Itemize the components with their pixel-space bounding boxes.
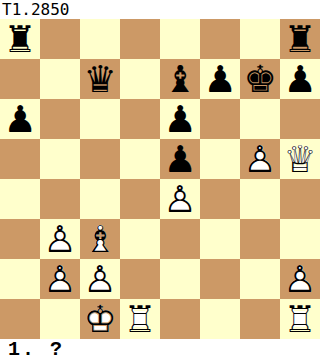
black-bishop-piece[interactable]: ♝ [163, 61, 196, 98]
square-a5[interactable] [0, 139, 40, 179]
white-pawn-outline-icon: ♙ [283, 261, 316, 298]
square-h5[interactable]: ♛♕ [280, 139, 320, 179]
square-f8[interactable] [200, 19, 240, 59]
square-h2[interactable]: ♟♙ [280, 259, 320, 299]
white-rook-piece[interactable]: ♜♖ [123, 301, 156, 338]
black-pawn-piece[interactable]: ♟ [3, 101, 36, 138]
square-g8[interactable] [240, 19, 280, 59]
square-g4[interactable] [240, 179, 280, 219]
black-pawn-piece[interactable]: ♟ [203, 61, 236, 98]
square-c8[interactable] [80, 19, 120, 59]
square-f7[interactable]: ♟ [200, 59, 240, 99]
square-d6[interactable] [120, 99, 160, 139]
square-g6[interactable] [240, 99, 280, 139]
white-rook-outline-icon: ♖ [283, 301, 316, 338]
white-queen-piece[interactable]: ♛♕ [283, 141, 316, 178]
square-b6[interactable] [40, 99, 80, 139]
square-b2[interactable]: ♟♙ [40, 259, 80, 299]
white-pawn-piece[interactable]: ♟♙ [243, 141, 276, 178]
square-e3[interactable] [160, 219, 200, 259]
white-king-piece[interactable]: ♚♔ [83, 301, 116, 338]
square-h8[interactable]: ♜ [280, 19, 320, 59]
square-b8[interactable] [40, 19, 80, 59]
white-pawn-piece[interactable]: ♟♙ [163, 181, 196, 218]
square-a2[interactable] [0, 259, 40, 299]
square-e2[interactable] [160, 259, 200, 299]
square-c4[interactable] [80, 179, 120, 219]
square-d7[interactable] [120, 59, 160, 99]
square-d1[interactable]: ♜♖ [120, 299, 160, 339]
white-pawn-piece[interactable]: ♟♙ [283, 261, 316, 298]
white-bishop-piece[interactable]: ♝♗ [83, 221, 116, 258]
square-e5[interactable]: ♟ [160, 139, 200, 179]
diagram-title: T1.2850 [0, 0, 320, 19]
black-rook-piece[interactable]: ♜ [283, 21, 316, 58]
chess-diagram: T1.2850 ♜♜♛♝♟♚♟♟♟♟♟♙♛♕♟♙♟♙♝♗♟♙♟♙♟♙♚♔♜♖♜♖… [0, 0, 320, 360]
black-pawn-piece[interactable]: ♟ [163, 141, 196, 178]
black-king-piece[interactable]: ♚ [243, 61, 276, 98]
square-c3[interactable]: ♝♗ [80, 219, 120, 259]
square-c2[interactable]: ♟♙ [80, 259, 120, 299]
white-bishop-outline-icon: ♗ [83, 221, 116, 258]
square-d3[interactable] [120, 219, 160, 259]
square-g5[interactable]: ♟♙ [240, 139, 280, 179]
white-pawn-piece[interactable]: ♟♙ [43, 221, 76, 258]
square-d5[interactable] [120, 139, 160, 179]
square-d2[interactable] [120, 259, 160, 299]
square-e8[interactable] [160, 19, 200, 59]
black-rook-piece[interactable]: ♜ [3, 21, 36, 58]
chess-board: ♜♜♛♝♟♚♟♟♟♟♟♙♛♕♟♙♟♙♝♗♟♙♟♙♟♙♚♔♜♖♜♖ [0, 19, 320, 339]
square-f6[interactable] [200, 99, 240, 139]
square-d4[interactable] [120, 179, 160, 219]
square-e7[interactable]: ♝ [160, 59, 200, 99]
square-a6[interactable]: ♟ [0, 99, 40, 139]
white-pawn-outline-icon: ♙ [243, 141, 276, 178]
square-f5[interactable] [200, 139, 240, 179]
square-g7[interactable]: ♚ [240, 59, 280, 99]
square-c1[interactable]: ♚♔ [80, 299, 120, 339]
black-pawn-piece[interactable]: ♟ [163, 101, 196, 138]
square-a4[interactable] [0, 179, 40, 219]
square-b1[interactable] [40, 299, 80, 339]
square-b5[interactable] [40, 139, 80, 179]
square-f1[interactable] [200, 299, 240, 339]
black-queen-piece[interactable]: ♛ [83, 61, 116, 98]
white-king-outline-icon: ♔ [83, 301, 116, 338]
square-f2[interactable] [200, 259, 240, 299]
square-c7[interactable]: ♛ [80, 59, 120, 99]
square-e4[interactable]: ♟♙ [160, 179, 200, 219]
white-pawn-outline-icon: ♙ [83, 261, 116, 298]
square-b4[interactable] [40, 179, 80, 219]
square-h7[interactable]: ♟ [280, 59, 320, 99]
white-rook-outline-icon: ♖ [123, 301, 156, 338]
square-h4[interactable] [280, 179, 320, 219]
square-b3[interactable]: ♟♙ [40, 219, 80, 259]
white-queen-outline-icon: ♕ [283, 141, 316, 178]
square-g2[interactable] [240, 259, 280, 299]
square-b7[interactable] [40, 59, 80, 99]
square-h3[interactable] [280, 219, 320, 259]
square-a3[interactable] [0, 219, 40, 259]
square-a7[interactable] [0, 59, 40, 99]
square-c5[interactable] [80, 139, 120, 179]
square-g1[interactable] [240, 299, 280, 339]
square-h6[interactable] [280, 99, 320, 139]
square-h1[interactable]: ♜♖ [280, 299, 320, 339]
square-e1[interactable] [160, 299, 200, 339]
black-pawn-piece[interactable]: ♟ [283, 61, 316, 98]
white-pawn-outline-icon: ♙ [43, 221, 76, 258]
square-c6[interactable] [80, 99, 120, 139]
square-a1[interactable] [0, 299, 40, 339]
white-pawn-outline-icon: ♙ [163, 181, 196, 218]
square-a8[interactable]: ♜ [0, 19, 40, 59]
square-e6[interactable]: ♟ [160, 99, 200, 139]
white-pawn-piece[interactable]: ♟♙ [83, 261, 116, 298]
square-f4[interactable] [200, 179, 240, 219]
square-f3[interactable] [200, 219, 240, 259]
move-prompt: 1. ? [0, 339, 320, 360]
square-d8[interactable] [120, 19, 160, 59]
white-pawn-outline-icon: ♙ [43, 261, 76, 298]
white-pawn-piece[interactable]: ♟♙ [43, 261, 76, 298]
white-rook-piece[interactable]: ♜♖ [283, 301, 316, 338]
square-g3[interactable] [240, 219, 280, 259]
